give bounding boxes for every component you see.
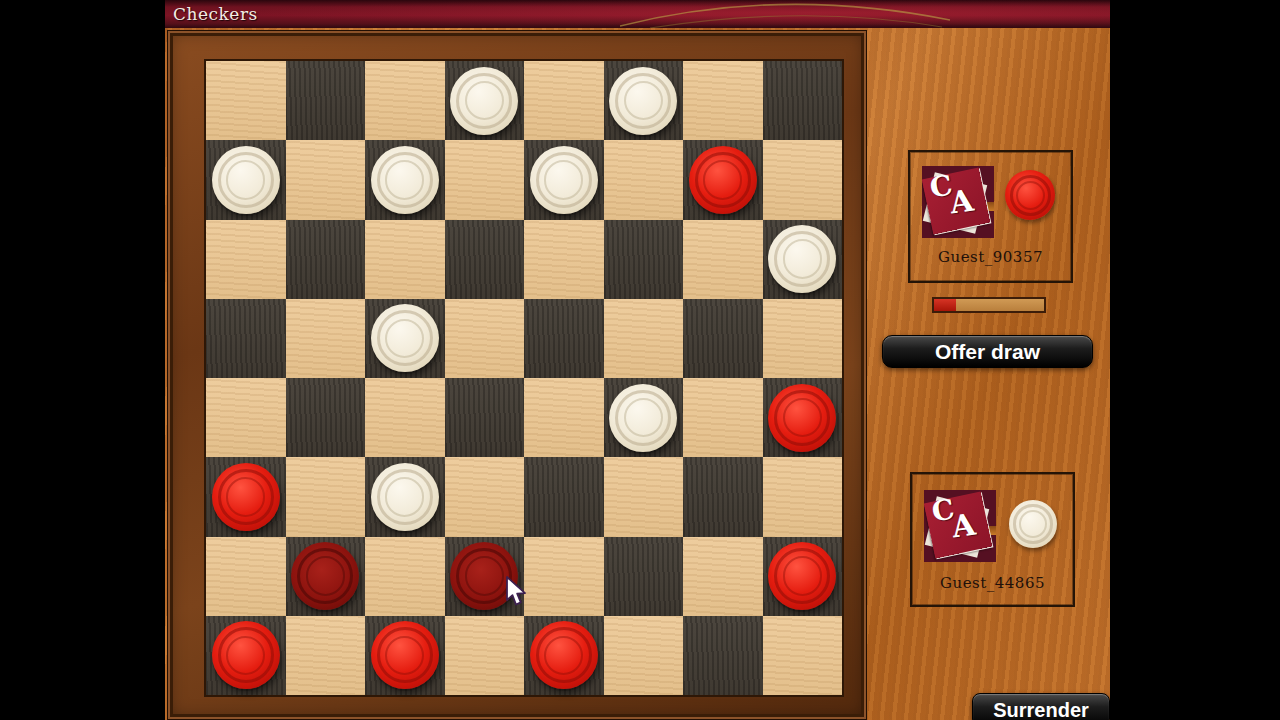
board-square[interactable]	[445, 457, 525, 536]
board-square[interactable]	[763, 140, 843, 219]
player-color-red-piece	[1005, 170, 1055, 220]
board-square[interactable]	[683, 457, 763, 536]
red-checker-piece[interactable]	[212, 463, 280, 531]
board-square[interactable]	[286, 140, 366, 219]
board-square[interactable]	[206, 616, 286, 695]
window-title: Checkers	[173, 4, 258, 24]
white-checker-piece[interactable]	[371, 304, 439, 372]
board-square[interactable]	[604, 616, 684, 695]
board-square[interactable]	[604, 378, 684, 457]
board-square[interactable]	[763, 378, 843, 457]
player-name-top: Guest_90357	[910, 248, 1071, 266]
board-square[interactable]	[604, 299, 684, 378]
board-square[interactable]	[763, 616, 843, 695]
surrender-button[interactable]: Surrender	[972, 693, 1110, 720]
board-square[interactable]	[763, 537, 843, 616]
board-square[interactable]	[445, 220, 525, 299]
mouse-cursor	[505, 576, 529, 608]
board-square[interactable]	[524, 220, 604, 299]
board-square[interactable]	[365, 299, 445, 378]
screen: Checkers C A Guest_90357 Of	[0, 0, 1280, 720]
board-square[interactable]	[286, 299, 366, 378]
board-square[interactable]	[206, 378, 286, 457]
board-square[interactable]	[524, 457, 604, 536]
title-bar: Checkers	[165, 0, 1110, 28]
board-square[interactable]	[524, 61, 604, 140]
white-checker-piece[interactable]	[371, 463, 439, 531]
board-square[interactable]	[286, 537, 366, 616]
board-square[interactable]	[286, 457, 366, 536]
red-checker-piece[interactable]	[530, 621, 598, 689]
avatar-letter-a: A	[948, 183, 976, 221]
turn-progress-fill	[934, 299, 956, 311]
board-square[interactable]	[604, 61, 684, 140]
board-square[interactable]	[206, 220, 286, 299]
board-square[interactable]	[365, 457, 445, 536]
board-square[interactable]	[206, 299, 286, 378]
board-square[interactable]	[763, 457, 843, 536]
board-square[interactable]	[206, 140, 286, 219]
darkred-checker-piece[interactable]	[291, 542, 359, 610]
board-square[interactable]	[524, 537, 604, 616]
board-square[interactable]	[683, 299, 763, 378]
board-square[interactable]	[365, 378, 445, 457]
white-checker-piece[interactable]	[371, 146, 439, 214]
board-square[interactable]	[445, 140, 525, 219]
player-avatar: C A	[924, 490, 996, 562]
board-square[interactable]	[365, 140, 445, 219]
board-square[interactable]	[524, 616, 604, 695]
white-checker-piece[interactable]	[530, 146, 598, 214]
board-square[interactable]	[524, 140, 604, 219]
red-checker-piece[interactable]	[768, 384, 836, 452]
board-square[interactable]	[445, 378, 525, 457]
board-square[interactable]	[206, 537, 286, 616]
board-square[interactable]	[445, 61, 525, 140]
board-square[interactable]	[365, 537, 445, 616]
avatar-letter-a: A	[950, 507, 978, 545]
board-square[interactable]	[604, 457, 684, 536]
board-square[interactable]	[206, 61, 286, 140]
white-checker-piece[interactable]	[450, 67, 518, 135]
white-checker-piece[interactable]	[609, 67, 677, 135]
board-square[interactable]	[365, 616, 445, 695]
board-square[interactable]	[763, 220, 843, 299]
player-name-bottom: Guest_44865	[912, 574, 1073, 592]
red-checker-piece[interactable]	[371, 621, 439, 689]
board-square[interactable]	[206, 457, 286, 536]
red-checker-piece[interactable]	[768, 542, 836, 610]
decorative-swirl	[620, 0, 950, 28]
board-square[interactable]	[445, 299, 525, 378]
board-square[interactable]	[683, 140, 763, 219]
board-square[interactable]	[286, 61, 366, 140]
board-square[interactable]	[286, 616, 366, 695]
checkers-app-window: Checkers C A Guest_90357 Of	[165, 0, 1110, 720]
board-square[interactable]	[365, 61, 445, 140]
board-square[interactable]	[683, 378, 763, 457]
board-square[interactable]	[604, 220, 684, 299]
white-checker-piece[interactable]	[212, 146, 280, 214]
board-square[interactable]	[683, 220, 763, 299]
board-square[interactable]	[524, 378, 604, 457]
board-square[interactable]	[286, 378, 366, 457]
board-square[interactable]	[683, 61, 763, 140]
board-square[interactable]	[683, 616, 763, 695]
board-square[interactable]	[604, 537, 684, 616]
player-avatar: C A	[922, 166, 994, 238]
red-checker-piece[interactable]	[689, 146, 757, 214]
board-square[interactable]	[683, 537, 763, 616]
board-square[interactable]	[604, 140, 684, 219]
board-square[interactable]	[763, 61, 843, 140]
board-square[interactable]	[286, 220, 366, 299]
board-square[interactable]	[524, 299, 604, 378]
board-square[interactable]	[763, 299, 843, 378]
turn-progress-bar	[932, 297, 1046, 313]
player-color-white-piece	[1009, 500, 1057, 548]
white-checker-piece[interactable]	[609, 384, 677, 452]
red-checker-piece[interactable]	[212, 621, 280, 689]
board-square[interactable]	[365, 220, 445, 299]
player-card-bottom: C A Guest_44865	[910, 472, 1075, 607]
board-square[interactable]	[445, 616, 525, 695]
player-card-top: C A Guest_90357	[908, 150, 1073, 283]
white-checker-piece[interactable]	[768, 225, 836, 293]
offer-draw-button[interactable]: Offer draw	[882, 335, 1093, 368]
